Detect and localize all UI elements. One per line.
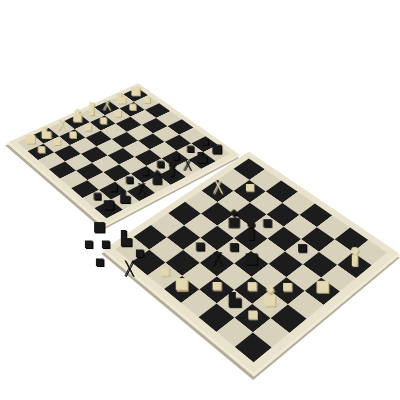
pawn-glyph: ■ [9, 138, 104, 144]
scene: ■■■■▙■■▙╳■■╳●▮■■●▮◆■■■◆■╳■■╳▙■■▙■■■■ ■●▮… [0, 0, 400, 400]
captured-black-rook[interactable]: ■ [93, 221, 106, 231]
queen-piece-body: ●▮ [191, 221, 310, 238]
pawn-piece-body: ■ [193, 184, 306, 191]
pawn-glyph: ■ [189, 310, 316, 318]
pawn-piece-body: ■ [103, 268, 226, 276]
pawn-glyph: ■ [95, 258, 104, 265]
pawn-glyph: ■ [135, 249, 144, 256]
rook-glyph: ■ [93, 221, 106, 231]
queen-glyph: ▮ [294, 254, 400, 265]
bishop-glyph: ╳ [125, 263, 133, 273]
king-glyph: ■ [207, 294, 333, 304]
captured-black-pawn[interactable]: ■ [101, 240, 110, 247]
rook-glyph: ■ [58, 200, 160, 209]
pawn-glyph: ■ [84, 240, 93, 247]
pawn-glyph: ■ [101, 240, 110, 247]
pawn-piece-body: ■ [0, 146, 89, 152]
queen-piece-body: ●▮ [294, 247, 400, 265]
pawn-glyph: ■ [193, 184, 306, 191]
pawn-glyph: ■ [157, 138, 252, 144]
captured-black-pawn[interactable]: ■ [95, 258, 104, 265]
rook-piece-body: ■ [58, 200, 160, 209]
captured-black-bishop[interactable]: ╳ [125, 263, 133, 273]
queen-glyph: ▮ [191, 228, 310, 239]
captured-black-pawn[interactable]: ■ [135, 249, 144, 256]
pawn-piece-body: ■ [157, 138, 252, 144]
king-piece-body: ◆■ [207, 286, 333, 305]
captured-black-knight[interactable]: ▙ [121, 233, 131, 243]
pawn-glyph: ■ [0, 146, 89, 152]
pawn-piece-body: ■ [9, 138, 104, 144]
knight-glyph: ▙ [121, 233, 131, 243]
pawn-glyph: ■ [103, 268, 226, 276]
captured-black-pawn[interactable]: ■ [84, 240, 93, 247]
pawn-piece-body: ■ [189, 310, 316, 318]
